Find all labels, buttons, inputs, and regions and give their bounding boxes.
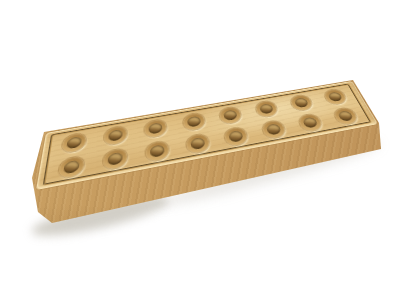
hole-bore xyxy=(67,136,83,149)
hole-bore xyxy=(109,129,123,142)
board-hole-r1c1 xyxy=(62,132,87,153)
board-hole-r1c6 xyxy=(254,100,279,118)
board-hole-r2c3 xyxy=(145,140,169,162)
hole-bore xyxy=(302,116,319,128)
board-hole-r1c4 xyxy=(182,112,206,131)
hole-bore xyxy=(150,144,165,158)
hole-bore xyxy=(327,91,343,102)
hole-bore xyxy=(223,109,238,121)
board-hole-r2c5 xyxy=(224,126,250,147)
board-hole-r2c4 xyxy=(185,133,210,154)
hole-bore xyxy=(259,103,274,114)
hole-bore xyxy=(266,123,282,135)
hole-bore xyxy=(108,151,123,165)
hole-bore xyxy=(228,130,244,143)
board-hole-r1c5 xyxy=(219,106,243,125)
board-hole-r2c8 xyxy=(331,107,358,126)
board-hole-r2c6 xyxy=(261,119,287,139)
board-hole-r1c7 xyxy=(289,94,314,112)
board-hole-r2c2 xyxy=(103,147,127,170)
board-hole-r1c3 xyxy=(144,118,167,138)
board-hole-r2c7 xyxy=(297,113,324,132)
hole-bore xyxy=(190,137,205,150)
board-hole-r1c2 xyxy=(104,125,127,146)
hole-bore xyxy=(64,159,80,174)
hole-bore xyxy=(186,115,201,127)
product-photo-stage xyxy=(0,0,400,300)
board-hole-r2c1 xyxy=(58,155,85,179)
board-hole-r1c8 xyxy=(322,88,348,105)
hole-bore xyxy=(148,122,162,134)
hole-bore xyxy=(293,97,309,108)
hole-bore xyxy=(337,110,354,122)
